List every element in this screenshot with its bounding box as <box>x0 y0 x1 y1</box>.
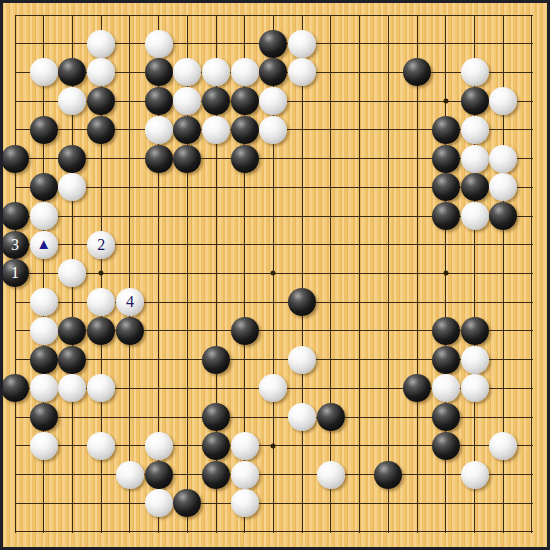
stone-white[interactable] <box>87 374 115 402</box>
stone-white[interactable] <box>489 432 517 460</box>
stone-black[interactable] <box>403 374 431 402</box>
grid-line <box>15 503 533 504</box>
stone-black[interactable] <box>145 87 173 115</box>
stone-white[interactable] <box>30 58 58 86</box>
stone-black[interactable] <box>1 374 29 402</box>
stone-black[interactable] <box>145 58 173 86</box>
star-point <box>443 99 448 104</box>
stone-white[interactable] <box>231 58 259 86</box>
stone-black[interactable] <box>461 317 489 345</box>
stone-black[interactable] <box>145 461 173 489</box>
stone-black[interactable] <box>145 145 173 173</box>
stone-black[interactable] <box>30 116 58 144</box>
stone-white[interactable] <box>58 259 86 287</box>
grid-line <box>15 531 533 532</box>
stone-black[interactable] <box>58 145 86 173</box>
go-diagram: 3▲214 <box>0 0 550 550</box>
grid-line <box>302 15 303 533</box>
stone-white[interactable]: ▲ <box>30 231 58 259</box>
grid-line <box>330 15 331 533</box>
stone-white[interactable] <box>461 202 489 230</box>
stone-white[interactable] <box>461 461 489 489</box>
stone-black[interactable] <box>231 317 259 345</box>
grid-line <box>531 15 532 533</box>
stone-white[interactable] <box>259 87 287 115</box>
stone-black[interactable] <box>461 173 489 201</box>
stone-white[interactable] <box>461 346 489 374</box>
stone-white[interactable] <box>87 432 115 460</box>
stone-white[interactable] <box>30 288 58 316</box>
stone-black[interactable] <box>403 58 431 86</box>
stone-black[interactable] <box>30 403 58 431</box>
stone-black[interactable] <box>116 317 144 345</box>
stone-white[interactable] <box>259 116 287 144</box>
stone-white[interactable] <box>87 58 115 86</box>
grid-line <box>129 15 130 533</box>
stone-black[interactable]: 3 <box>1 231 29 259</box>
stone-white[interactable]: 4 <box>116 288 144 316</box>
stone-black[interactable] <box>202 461 230 489</box>
stone-black[interactable] <box>87 317 115 345</box>
stone-black[interactable] <box>202 403 230 431</box>
stone-white[interactable] <box>145 489 173 517</box>
stone-black[interactable] <box>432 116 460 144</box>
stone-black[interactable] <box>173 489 201 517</box>
stone-black[interactable] <box>58 346 86 374</box>
grid-line <box>15 474 533 475</box>
stone-white[interactable] <box>317 461 345 489</box>
stone-black[interactable] <box>259 30 287 58</box>
stone-black[interactable] <box>202 346 230 374</box>
stone-black[interactable] <box>432 317 460 345</box>
stone-white[interactable] <box>288 403 316 431</box>
stone-white[interactable] <box>30 317 58 345</box>
stone-white[interactable] <box>489 87 517 115</box>
star-point <box>443 271 448 276</box>
stone-white[interactable] <box>432 374 460 402</box>
stone-black[interactable] <box>432 346 460 374</box>
star-point <box>271 271 276 276</box>
stone-white[interactable] <box>58 87 86 115</box>
stone-white[interactable] <box>288 58 316 86</box>
triangle-marker-icon: ▲ <box>30 231 58 259</box>
stone-white[interactable] <box>461 145 489 173</box>
stone-white[interactable] <box>288 30 316 58</box>
stone-black[interactable] <box>489 202 517 230</box>
stone-white[interactable] <box>461 116 489 144</box>
stone-white[interactable] <box>202 58 230 86</box>
stone-black[interactable] <box>461 87 489 115</box>
stone-white[interactable] <box>145 30 173 58</box>
grid-line <box>417 15 418 533</box>
stone-white[interactable] <box>489 173 517 201</box>
stone-white[interactable] <box>259 374 287 402</box>
stone-black[interactable] <box>317 403 345 431</box>
stone-black[interactable] <box>30 173 58 201</box>
grid-line <box>359 15 360 533</box>
stone-black[interactable] <box>58 58 86 86</box>
stone-white[interactable] <box>87 30 115 58</box>
grid-line <box>15 15 533 16</box>
stone-black[interactable] <box>231 116 259 144</box>
stone-black[interactable] <box>374 461 402 489</box>
stone-black[interactable] <box>1 145 29 173</box>
stone-white[interactable] <box>87 288 115 316</box>
stone-white[interactable] <box>58 173 86 201</box>
stone-black[interactable] <box>87 116 115 144</box>
stone-black[interactable] <box>202 87 230 115</box>
stone-white[interactable] <box>58 374 86 402</box>
grid-line <box>388 15 389 533</box>
stone-black[interactable] <box>288 288 316 316</box>
stone-black[interactable]: 1 <box>1 259 29 287</box>
stone-white[interactable] <box>489 145 517 173</box>
stone-white[interactable] <box>231 432 259 460</box>
move-number-label: 2 <box>87 231 115 259</box>
stone-black[interactable] <box>87 87 115 115</box>
stone-white[interactable] <box>231 461 259 489</box>
stone-black[interactable] <box>173 116 201 144</box>
stone-white[interactable] <box>461 374 489 402</box>
stone-white[interactable] <box>173 58 201 86</box>
stone-white[interactable] <box>30 202 58 230</box>
stone-white[interactable] <box>30 432 58 460</box>
stone-black[interactable] <box>231 87 259 115</box>
move-number-label: 3 <box>1 231 29 259</box>
stone-white[interactable]: 2 <box>87 231 115 259</box>
stone-black[interactable] <box>432 173 460 201</box>
stone-black[interactable] <box>202 432 230 460</box>
star-point <box>99 271 104 276</box>
stone-black[interactable] <box>259 58 287 86</box>
star-point <box>271 443 276 448</box>
stone-black[interactable] <box>30 346 58 374</box>
go-board[interactable]: 3▲214 <box>0 0 550 550</box>
stone-white[interactable] <box>461 58 489 86</box>
stone-black[interactable] <box>432 403 460 431</box>
stone-white[interactable] <box>145 116 173 144</box>
stone-black[interactable] <box>432 145 460 173</box>
stone-black[interactable] <box>58 317 86 345</box>
stone-black[interactable] <box>1 202 29 230</box>
stone-black[interactable] <box>432 202 460 230</box>
stone-white[interactable] <box>173 87 201 115</box>
stone-white[interactable] <box>116 461 144 489</box>
move-number-label: 1 <box>1 259 29 287</box>
stone-white[interactable] <box>145 432 173 460</box>
stone-black[interactable] <box>231 145 259 173</box>
stone-black[interactable] <box>173 145 201 173</box>
stone-white[interactable] <box>202 116 230 144</box>
stone-white[interactable] <box>30 374 58 402</box>
move-number-label: 4 <box>116 288 144 316</box>
stone-white[interactable] <box>288 346 316 374</box>
stone-black[interactable] <box>432 432 460 460</box>
stone-white[interactable] <box>231 489 259 517</box>
